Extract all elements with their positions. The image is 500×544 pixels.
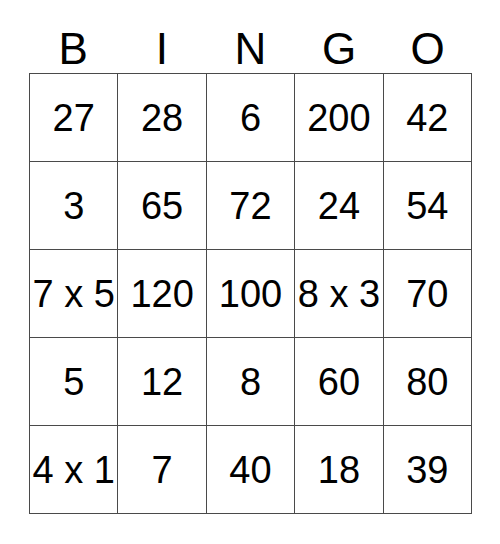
bingo-card: B I N G O 27286200423657224547 x 5120100… <box>29 10 472 514</box>
bingo-cell[interactable]: 8 <box>207 338 294 425</box>
bingo-header: B I N G O <box>29 10 472 73</box>
bingo-cell[interactable]: 8 x 3 <box>295 250 382 337</box>
bingo-cell[interactable]: 54 <box>384 162 471 249</box>
bingo-cell[interactable]: 60 <box>295 338 382 425</box>
bingo-cell[interactable]: 28 <box>118 74 205 161</box>
header-letter-i: I <box>118 27 207 73</box>
bingo-cell[interactable]: 39 <box>384 426 471 513</box>
bingo-cell[interactable]: 120 <box>118 250 205 337</box>
bingo-cell[interactable]: 70 <box>384 250 471 337</box>
header-letter-o: O <box>383 27 472 73</box>
bingo-cell[interactable]: 3 <box>30 162 117 249</box>
bingo-grid: 27286200423657224547 x 51201008 x 370512… <box>29 73 472 514</box>
header-letter-b: B <box>29 27 118 73</box>
bingo-cell[interactable]: 24 <box>295 162 382 249</box>
bingo-cell[interactable]: 100 <box>207 250 294 337</box>
bingo-cell[interactable]: 200 <box>295 74 382 161</box>
bingo-cell[interactable]: 12 <box>118 338 205 425</box>
header-letter-n: N <box>206 27 295 73</box>
bingo-cell[interactable]: 40 <box>207 426 294 513</box>
bingo-cell[interactable]: 6 <box>207 74 294 161</box>
bingo-cell[interactable]: 42 <box>384 74 471 161</box>
header-letter-g: G <box>295 27 384 73</box>
bingo-cell[interactable]: 7 <box>118 426 205 513</box>
bingo-cell[interactable]: 27 <box>30 74 117 161</box>
bingo-cell[interactable]: 4 x 1 <box>30 426 117 513</box>
bingo-cell[interactable]: 65 <box>118 162 205 249</box>
bingo-cell[interactable]: 7 x 5 <box>30 250 117 337</box>
bingo-cell[interactable]: 80 <box>384 338 471 425</box>
bingo-cell[interactable]: 72 <box>207 162 294 249</box>
bingo-cell[interactable]: 5 <box>30 338 117 425</box>
bingo-cell[interactable]: 18 <box>295 426 382 513</box>
